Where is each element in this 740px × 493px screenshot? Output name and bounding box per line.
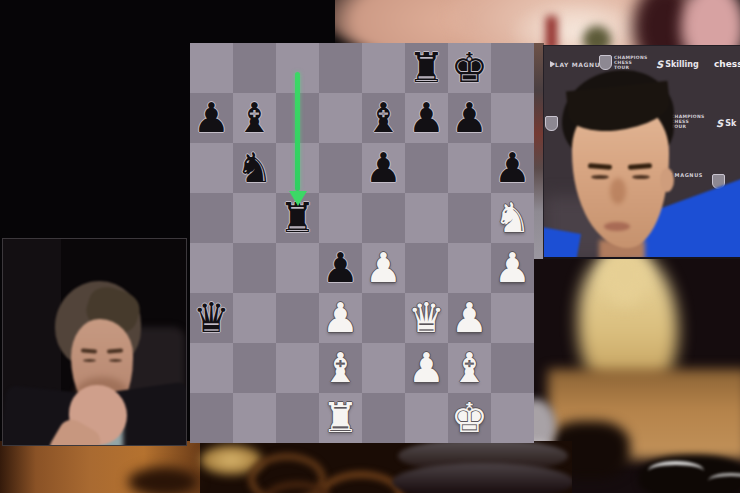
square-d4: ♟ [319, 243, 362, 293]
square-b2 [233, 343, 276, 393]
square-f6 [405, 143, 448, 193]
square-f1 [405, 393, 448, 443]
square-b4 [233, 243, 276, 293]
webcam-player-right: PLAY MAGNUS CHAMPIONS CHESS TOUR S Skill… [543, 45, 740, 259]
square-d5 [319, 193, 362, 243]
square-f3: ♛ [405, 293, 448, 343]
square-d8 [319, 43, 362, 93]
square-a7: ♟ [190, 93, 233, 143]
glossy-highlight-arc [648, 461, 704, 481]
square-b7: ♝ [233, 93, 276, 143]
player-right-nose [610, 178, 626, 204]
player-right-eye [591, 175, 609, 179]
black-rook-f8: ♜ [408, 43, 445, 93]
square-h5: ♞ [491, 193, 534, 243]
square-b5 [233, 193, 276, 243]
square-a2 [190, 343, 233, 393]
square-e2 [362, 343, 405, 393]
white-pawn-e4: ♟ [365, 243, 402, 293]
square-g6 [448, 143, 491, 193]
square-d6 [319, 143, 362, 193]
player-left-eye [109, 359, 122, 362]
player-right-shirt [543, 227, 581, 259]
black-pawn-e6: ♟ [365, 143, 402, 193]
square-f2: ♟ [405, 343, 448, 393]
white-pawn-d3: ♟ [322, 293, 359, 343]
player-left-portrait [3, 239, 187, 446]
dark-piece-base-disc [392, 463, 572, 493]
webcam-player-left [2, 238, 187, 446]
square-h1 [491, 393, 534, 443]
square-g2: ♝ [448, 343, 491, 393]
move-arrow-line [295, 72, 300, 191]
square-f5 [405, 193, 448, 243]
white-queen-f3: ♛ [408, 293, 445, 343]
square-d3: ♟ [319, 293, 362, 343]
square-f4 [405, 243, 448, 293]
black-queen-a3: ♛ [193, 293, 230, 343]
square-a5 [190, 193, 233, 243]
black-pawn-g7: ♟ [451, 93, 488, 143]
black-pawn-f7: ♟ [408, 93, 445, 143]
white-pawn-g3: ♟ [451, 293, 488, 343]
black-bishop-b7: ♝ [236, 93, 273, 143]
square-a4 [190, 243, 233, 293]
move-arrow-head [289, 191, 307, 206]
square-g1: ♚ [448, 393, 491, 443]
square-f8: ♜ [405, 43, 448, 93]
background-chess-set-bottom [0, 441, 572, 493]
square-e6: ♟ [362, 143, 405, 193]
black-bishop-e7: ♝ [365, 93, 402, 143]
square-e4: ♟ [362, 243, 405, 293]
square-c2 [276, 343, 319, 393]
square-c4 [276, 243, 319, 293]
white-knight-h5: ♞ [494, 193, 531, 243]
square-a1 [190, 393, 233, 443]
black-knight-b6: ♞ [236, 143, 273, 193]
black-king-g8: ♚ [451, 43, 488, 93]
square-a6 [190, 143, 233, 193]
square-b6: ♞ [233, 143, 276, 193]
square-d1: ♜ [319, 393, 362, 443]
player-left-eye [83, 359, 96, 362]
broadcast-frame: ♜♚♟♝♝♟♟♞♟♟♜♞♟♟♟♛♟♛♟♝♟♝♜♚ [0, 0, 740, 493]
square-g8: ♚ [448, 43, 491, 93]
white-pawn-h4: ♟ [494, 243, 531, 293]
square-f7: ♟ [405, 93, 448, 143]
square-h8 [491, 43, 534, 93]
square-h2 [491, 343, 534, 393]
black-pawn-a7: ♟ [193, 93, 230, 143]
square-b1 [233, 393, 276, 443]
square-e8 [362, 43, 405, 93]
black-pawn-h6: ♟ [494, 143, 531, 193]
square-c1 [276, 393, 319, 443]
white-pawn-f2: ♟ [408, 343, 445, 393]
square-d2: ♝ [319, 343, 362, 393]
square-g3: ♟ [448, 293, 491, 343]
black-pawn-d4: ♟ [322, 243, 359, 293]
player-left-jacket [129, 427, 187, 446]
white-bishop-g2: ♝ [451, 343, 488, 393]
dark-wood-shadow [128, 467, 198, 493]
square-h4: ♟ [491, 243, 534, 293]
white-bishop-d2: ♝ [322, 343, 359, 393]
square-e5 [362, 193, 405, 243]
white-rook-d1: ♜ [322, 393, 359, 443]
player-right-mouth [604, 222, 630, 231]
square-h7 [491, 93, 534, 143]
square-b8 [233, 43, 276, 93]
square-b3 [233, 293, 276, 343]
square-g5 [448, 193, 491, 243]
chess-board: ♜♚♟♝♝♟♟♞♟♟♜♞♟♟♟♛♟♛♟♝♟♝♜♚ [190, 43, 534, 443]
square-g4 [448, 243, 491, 293]
player-right-eye [632, 175, 650, 179]
player-right-portrait [544, 46, 740, 259]
square-g7: ♟ [448, 93, 491, 143]
square-a3: ♛ [190, 293, 233, 343]
white-king-g1: ♚ [451, 393, 488, 443]
square-a8 [190, 43, 233, 93]
square-e1 [362, 393, 405, 443]
square-e7: ♝ [362, 93, 405, 143]
player-right-ear [660, 168, 674, 192]
square-h3 [491, 293, 534, 343]
square-d7 [319, 93, 362, 143]
square-e3 [362, 293, 405, 343]
square-c3 [276, 293, 319, 343]
square-h6: ♟ [491, 143, 534, 193]
